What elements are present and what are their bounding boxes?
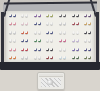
earring-tray (6, 11, 94, 62)
tray-grid (6, 11, 94, 62)
gem-stone (38, 56, 41, 59)
stud-pair-r1c1 (6, 11, 19, 20)
gem-stone (88, 39, 91, 42)
gem-stone (50, 22, 53, 25)
gem-pair (34, 31, 41, 34)
gem-stone (34, 56, 37, 59)
gem-stone (50, 56, 53, 59)
stud-pair-r3c6 (69, 28, 82, 37)
gem-stone (38, 48, 41, 51)
stud-pair-r5c4 (44, 45, 57, 54)
gem-pair (34, 48, 41, 51)
stud-pair-r2c2 (19, 20, 32, 29)
gem-stone (34, 14, 37, 17)
gem-pair (59, 39, 66, 42)
stud-pair-r3c5 (56, 28, 69, 37)
gem-stone (88, 48, 91, 51)
plastic-bag (37, 72, 65, 90)
gem-stone (88, 31, 91, 34)
gem-stone (88, 56, 91, 59)
stud-pair-r1c6 (69, 11, 82, 20)
gem-pair (21, 56, 28, 59)
gem-stone (9, 56, 12, 59)
gem-pair (72, 22, 79, 25)
stud-pair-r2c7 (81, 20, 94, 29)
gem-stone (63, 56, 66, 59)
stud-pair-r4c4 (44, 37, 57, 46)
gem-pair (21, 22, 28, 25)
gem-stone (25, 48, 28, 51)
bag-seal (39, 74, 63, 77)
stud-pair-r2c3 (31, 20, 44, 29)
gem-stone (63, 22, 66, 25)
stud-pair-r3c2 (19, 28, 32, 37)
gem-stone (63, 14, 66, 17)
gem-stone (46, 31, 49, 34)
gem-pair (59, 14, 66, 17)
stud-pair-r2c4 (44, 20, 57, 29)
gem-pair (34, 56, 41, 59)
gem-pair (9, 22, 16, 25)
stud-pair-r2c6 (69, 20, 82, 29)
gem-pair (9, 14, 16, 17)
gem-stone (84, 14, 87, 17)
stud-pair-r4c6 (69, 37, 82, 46)
gem-pair (72, 14, 79, 17)
gem-stone (9, 14, 12, 17)
gem-stone (38, 31, 41, 34)
gem-pair (34, 22, 41, 25)
gem-stone (59, 31, 62, 34)
gem-stone (38, 14, 41, 17)
stud-pair-r5c2 (19, 45, 32, 54)
gem-pair (34, 14, 41, 17)
stud-pair-r4c1 (6, 37, 19, 46)
gem-stone (50, 48, 53, 51)
gem-stone (9, 39, 12, 42)
gem-pair (46, 22, 53, 25)
stud-pair-r6c7 (81, 54, 94, 63)
gem-stone (84, 31, 87, 34)
gem-stone (34, 39, 37, 42)
stud-pair-r5c3 (31, 45, 44, 54)
gem-stone (46, 14, 49, 17)
gem-stone (34, 31, 37, 34)
gem-stone (21, 48, 24, 51)
gem-stone (63, 48, 66, 51)
gem-stone (38, 22, 41, 25)
gem-pair (46, 31, 53, 34)
gem-stone (76, 22, 79, 25)
gem-stone (84, 39, 87, 42)
bag-glint (47, 80, 53, 85)
stud-pair-r3c3 (31, 28, 44, 37)
gem-stone (25, 22, 28, 25)
gem-pair (72, 56, 79, 59)
gem-stone (72, 56, 75, 59)
gem-stone (21, 39, 24, 42)
stud-pair-r1c3 (31, 11, 44, 20)
gem-stone (13, 14, 16, 17)
gem-pair (72, 31, 79, 34)
gem-stone (13, 31, 16, 34)
gem-pair (21, 14, 28, 17)
gem-stone (13, 22, 16, 25)
gem-pair (84, 22, 91, 25)
gem-stone (46, 39, 49, 42)
stud-pair-r5c7 (81, 45, 94, 54)
stud-pair-r6c5 (56, 54, 69, 63)
stud-pair-r6c3 (31, 54, 44, 63)
gem-stone (21, 56, 24, 59)
gem-pair (9, 56, 16, 59)
stud-pair-r1c5 (56, 11, 69, 20)
gem-stone (59, 56, 62, 59)
gem-stone (88, 14, 91, 17)
gem-stone (25, 56, 28, 59)
gem-pair (21, 48, 28, 51)
gem-pair (84, 39, 91, 42)
box-front-edge (0, 62, 100, 70)
stud-pair-r5c6 (69, 45, 82, 54)
stud-pair-r6c2 (19, 54, 32, 63)
stud-pair-r4c7 (81, 37, 94, 46)
gem-stone (63, 31, 66, 34)
gem-pair (84, 14, 91, 17)
box-side-left (1, 12, 4, 66)
gem-stone (72, 22, 75, 25)
photo-scene (0, 0, 100, 91)
gem-stone (59, 14, 62, 17)
gem-pair (9, 48, 16, 51)
gem-pair (46, 56, 53, 59)
gem-pair (46, 39, 53, 42)
stud-pair-r3c4 (44, 28, 57, 37)
gem-pair (84, 56, 91, 59)
gem-pair (21, 31, 28, 34)
gem-stone (9, 22, 12, 25)
gem-pair (84, 48, 91, 51)
stud-pair-r2c5 (56, 20, 69, 29)
gem-stone (34, 22, 37, 25)
stud-pair-r6c6 (69, 54, 82, 63)
gem-pair (34, 39, 41, 42)
stud-pair-r5c5 (56, 45, 69, 54)
gem-stone (59, 39, 62, 42)
box-side-right (96, 12, 99, 66)
gem-stone (50, 31, 53, 34)
gem-pair (84, 31, 91, 34)
gem-stone (21, 14, 24, 17)
gem-stone (46, 22, 49, 25)
stud-pair-r4c2 (19, 37, 32, 46)
gem-stone (59, 22, 62, 25)
gem-stone (46, 56, 49, 59)
gem-pair (59, 31, 66, 34)
gem-stone (13, 56, 16, 59)
gem-stone (50, 39, 53, 42)
stud-pair-r4c5 (56, 37, 69, 46)
gem-stone (84, 56, 87, 59)
gem-stone (13, 48, 16, 51)
gem-stone (76, 31, 79, 34)
gem-stone (25, 39, 28, 42)
gem-pair (59, 22, 66, 25)
stud-pair-r6c1 (6, 54, 19, 63)
gem-stone (84, 22, 87, 25)
gem-stone (88, 22, 91, 25)
gem-stone (46, 48, 49, 51)
gem-stone (72, 39, 75, 42)
gem-stone (76, 48, 79, 51)
gem-stone (38, 39, 41, 42)
gem-stone (72, 14, 75, 17)
gem-stone (76, 56, 79, 59)
gem-pair (72, 39, 79, 42)
gem-pair (21, 39, 28, 42)
gem-stone (21, 31, 24, 34)
stud-pair-r4c3 (31, 37, 44, 46)
gem-stone (25, 31, 28, 34)
gem-stone (84, 48, 87, 51)
gem-stone (76, 14, 79, 17)
stud-pair-r1c4 (44, 11, 57, 20)
gem-stone (13, 39, 16, 42)
gem-pair (72, 48, 79, 51)
gem-pair (46, 14, 53, 17)
gem-stone (72, 48, 75, 51)
gem-pair (9, 39, 16, 42)
stud-pair-r6c4 (44, 54, 57, 63)
stud-pair-r5c1 (6, 45, 19, 54)
gem-stone (9, 48, 12, 51)
stud-pair-r3c1 (6, 28, 19, 37)
stud-pair-r2c1 (6, 20, 19, 29)
gem-stone (50, 14, 53, 17)
gem-pair (46, 48, 53, 51)
gem-stone (59, 48, 62, 51)
gem-stone (72, 31, 75, 34)
stud-pair-r1c7 (81, 11, 94, 20)
gem-stone (9, 31, 12, 34)
gem-stone (76, 39, 79, 42)
gem-pair (59, 56, 66, 59)
gem-pair (59, 48, 66, 51)
gem-pair (9, 31, 16, 34)
gem-stone (34, 48, 37, 51)
stud-pair-r1c2 (19, 11, 32, 20)
gem-stone (25, 14, 28, 17)
stud-pair-r3c7 (81, 28, 94, 37)
gem-stone (63, 39, 66, 42)
gem-stone (21, 22, 24, 25)
